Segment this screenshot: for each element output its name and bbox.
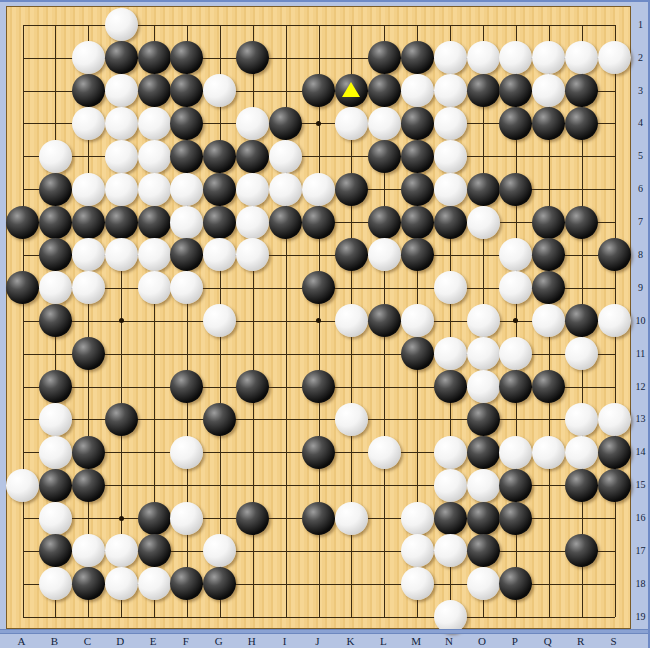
stone-white — [499, 238, 532, 271]
column-label-D: D — [110, 635, 130, 647]
stone-black — [138, 74, 171, 107]
column-label-F: F — [176, 635, 196, 647]
stone-black — [434, 206, 467, 239]
column-label-G: G — [209, 635, 229, 647]
stone-black — [203, 403, 236, 436]
stone-black — [170, 370, 203, 403]
stone-white — [269, 140, 302, 173]
stone-white — [565, 337, 598, 370]
stone-black — [269, 107, 302, 140]
stone-black — [434, 502, 467, 535]
stone-black — [565, 534, 598, 567]
star-point — [316, 121, 321, 126]
stone-black — [138, 206, 171, 239]
stone-black — [401, 140, 434, 173]
stone-white — [203, 304, 236, 337]
stone-white — [368, 107, 401, 140]
stone-white — [72, 238, 105, 271]
stone-white — [203, 74, 236, 107]
row-label-5: 5 — [631, 150, 650, 161]
stone-black — [499, 567, 532, 600]
stone-white — [434, 337, 467, 370]
stone-white — [302, 173, 335, 206]
last-move-triangle-marker — [342, 82, 360, 97]
stone-white — [532, 304, 565, 337]
stone-black — [138, 534, 171, 567]
stone-black — [499, 502, 532, 535]
stone-white — [368, 436, 401, 469]
stone-white — [434, 107, 467, 140]
stone-white — [401, 74, 434, 107]
stone-white — [434, 173, 467, 206]
stone-black — [565, 469, 598, 502]
stone-black — [499, 469, 532, 502]
stone-black — [203, 567, 236, 600]
row-label-8: 8 — [631, 249, 650, 260]
stone-white — [598, 304, 631, 337]
stone-white — [434, 436, 467, 469]
column-label-P: P — [505, 635, 525, 647]
column-label-S: S — [604, 635, 624, 647]
column-label-N: N — [439, 635, 459, 647]
stone-white — [532, 436, 565, 469]
stone-white — [39, 140, 72, 173]
stone-black — [467, 502, 500, 535]
stone-black — [598, 436, 631, 469]
row-label-17: 17 — [631, 545, 650, 556]
stone-white — [39, 502, 72, 535]
stone-white — [170, 502, 203, 535]
stone-white — [598, 403, 631, 436]
row-label-14: 14 — [631, 446, 650, 457]
stone-black — [401, 107, 434, 140]
stone-black — [170, 567, 203, 600]
stone-white — [170, 436, 203, 469]
stone-white — [72, 41, 105, 74]
column-label-H: H — [242, 635, 262, 647]
stone-white — [335, 502, 368, 535]
stone-white — [138, 271, 171, 304]
stone-white — [467, 41, 500, 74]
stone-black — [72, 567, 105, 600]
stone-black — [302, 502, 335, 535]
stone-white — [434, 469, 467, 502]
stone-white — [170, 173, 203, 206]
row-label-10: 10 — [631, 315, 650, 326]
column-label-Q: Q — [538, 635, 558, 647]
grid-line-horizontal — [23, 617, 615, 618]
stone-white — [335, 403, 368, 436]
stone-white — [72, 271, 105, 304]
stone-white — [105, 140, 138, 173]
stone-white — [105, 534, 138, 567]
stone-white — [39, 436, 72, 469]
stone-white — [138, 238, 171, 271]
row-label-9: 9 — [631, 282, 650, 293]
stone-white — [138, 107, 171, 140]
stone-white — [565, 403, 598, 436]
stone-white — [467, 370, 500, 403]
stone-black — [401, 337, 434, 370]
row-label-19: 19 — [631, 611, 650, 622]
stone-white — [467, 567, 500, 600]
stone-black — [335, 173, 368, 206]
stone-white — [138, 140, 171, 173]
stone-white — [401, 534, 434, 567]
stone-white — [434, 140, 467, 173]
stone-black — [138, 502, 171, 535]
stone-black — [335, 238, 368, 271]
stone-white — [565, 436, 598, 469]
go-app-window: ABCDEFGHIJKLMNOPQRS 12345678910111213141… — [0, 0, 650, 648]
stone-black — [467, 173, 500, 206]
stone-black — [170, 140, 203, 173]
stone-black — [6, 206, 39, 239]
stone-black — [532, 238, 565, 271]
stone-black — [532, 107, 565, 140]
star-point — [513, 318, 518, 323]
stone-black — [72, 337, 105, 370]
stone-white — [335, 107, 368, 140]
stone-white — [434, 74, 467, 107]
stone-white — [138, 567, 171, 600]
row-label-7: 7 — [631, 216, 650, 227]
stone-white — [105, 173, 138, 206]
stone-black — [236, 502, 269, 535]
stone-white — [565, 41, 598, 74]
stone-black — [467, 534, 500, 567]
stone-black — [401, 238, 434, 271]
stone-white — [434, 41, 467, 74]
stone-white — [532, 41, 565, 74]
stone-white — [434, 534, 467, 567]
stone-black — [532, 370, 565, 403]
stone-black — [302, 271, 335, 304]
stone-white — [499, 271, 532, 304]
stone-white — [499, 436, 532, 469]
column-label-J: J — [308, 635, 328, 647]
stone-white — [434, 271, 467, 304]
column-label-L: L — [373, 635, 393, 647]
stone-white — [401, 567, 434, 600]
stone-black — [236, 140, 269, 173]
column-label-R: R — [571, 635, 591, 647]
stone-black — [203, 173, 236, 206]
stone-black — [39, 238, 72, 271]
stone-black — [302, 206, 335, 239]
stone-black — [170, 41, 203, 74]
stone-white — [203, 238, 236, 271]
board-bottom-divider — [0, 629, 650, 634]
row-label-12: 12 — [631, 381, 650, 392]
stone-white — [105, 107, 138, 140]
stone-black — [203, 206, 236, 239]
column-label-K: K — [340, 635, 360, 647]
stone-black — [6, 271, 39, 304]
stone-black — [499, 107, 532, 140]
stone-white — [170, 271, 203, 304]
stone-white — [499, 337, 532, 370]
stone-black — [467, 436, 500, 469]
row-label-3: 3 — [631, 85, 650, 96]
stone-white — [105, 8, 138, 41]
stone-white — [203, 534, 236, 567]
stone-black — [170, 107, 203, 140]
column-label-A: A — [12, 635, 32, 647]
stone-black — [39, 173, 72, 206]
stone-black — [302, 370, 335, 403]
star-point — [316, 318, 321, 323]
row-label-6: 6 — [631, 183, 650, 194]
stone-black — [401, 173, 434, 206]
stone-white — [105, 74, 138, 107]
column-label-C: C — [77, 635, 97, 647]
stone-white — [72, 107, 105, 140]
stone-black — [532, 271, 565, 304]
stone-white — [598, 41, 631, 74]
row-label-4: 4 — [631, 117, 650, 128]
stone-black — [39, 304, 72, 337]
stone-black — [72, 74, 105, 107]
stone-white — [39, 271, 72, 304]
column-label-E: E — [143, 635, 163, 647]
stone-black — [302, 436, 335, 469]
stone-black — [368, 304, 401, 337]
stone-white — [532, 74, 565, 107]
stone-white — [236, 173, 269, 206]
row-label-2: 2 — [631, 52, 650, 63]
stone-black — [138, 41, 171, 74]
stone-white — [170, 206, 203, 239]
stone-black — [499, 74, 532, 107]
stone-black — [401, 41, 434, 74]
stone-black — [565, 74, 598, 107]
star-point — [119, 318, 124, 323]
stone-white — [499, 41, 532, 74]
stone-white — [236, 238, 269, 271]
stone-white — [72, 173, 105, 206]
stone-white — [467, 337, 500, 370]
stone-black — [236, 370, 269, 403]
stone-black — [565, 107, 598, 140]
stone-black — [467, 74, 500, 107]
stone-black — [565, 206, 598, 239]
stone-black — [368, 206, 401, 239]
stone-white — [6, 469, 39, 502]
row-label-18: 18 — [631, 578, 650, 589]
stone-white — [105, 567, 138, 600]
stone-black — [499, 173, 532, 206]
column-label-B: B — [44, 635, 64, 647]
stone-black — [401, 206, 434, 239]
stone-white — [236, 206, 269, 239]
stone-black — [203, 140, 236, 173]
stone-black — [368, 41, 401, 74]
stone-white — [39, 567, 72, 600]
stone-black — [72, 469, 105, 502]
row-label-15: 15 — [631, 479, 650, 490]
column-label-M: M — [406, 635, 426, 647]
stone-black — [72, 436, 105, 469]
stone-white — [335, 304, 368, 337]
stone-black — [170, 74, 203, 107]
row-label-1: 1 — [631, 19, 650, 30]
stone-black — [39, 534, 72, 567]
stone-white — [236, 107, 269, 140]
stone-black — [434, 370, 467, 403]
stone-black — [39, 469, 72, 502]
goban[interactable] — [6, 6, 631, 629]
stone-black — [598, 238, 631, 271]
stone-white — [105, 238, 138, 271]
stone-black — [368, 140, 401, 173]
stone-black — [565, 304, 598, 337]
stone-white — [368, 238, 401, 271]
row-label-16: 16 — [631, 512, 650, 523]
stone-white — [401, 502, 434, 535]
stone-black — [302, 74, 335, 107]
stone-white — [72, 534, 105, 567]
stone-white — [269, 173, 302, 206]
star-point — [119, 516, 124, 521]
stone-black — [269, 206, 302, 239]
stone-black — [236, 41, 269, 74]
stone-white — [39, 403, 72, 436]
column-label-O: O — [472, 635, 492, 647]
stone-black — [105, 403, 138, 436]
stone-black — [499, 370, 532, 403]
stone-black — [170, 238, 203, 271]
stone-black — [105, 41, 138, 74]
stone-white — [467, 304, 500, 337]
stone-black — [72, 206, 105, 239]
stone-black — [368, 74, 401, 107]
stone-white — [467, 469, 500, 502]
stone-white — [138, 173, 171, 206]
stone-black — [532, 206, 565, 239]
stone-black — [467, 403, 500, 436]
stone-black — [39, 206, 72, 239]
stone-black — [39, 370, 72, 403]
stone-black — [105, 206, 138, 239]
row-label-11: 11 — [631, 348, 650, 359]
column-label-I: I — [275, 635, 295, 647]
row-label-13: 13 — [631, 413, 650, 424]
stone-white — [467, 206, 500, 239]
stone-white — [401, 304, 434, 337]
stone-black — [598, 469, 631, 502]
